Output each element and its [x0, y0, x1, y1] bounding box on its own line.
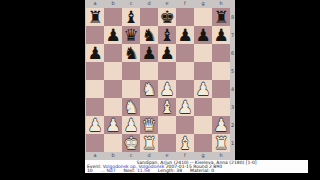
black-pawn-a6: ♟ — [87, 44, 102, 62]
material-value: 0 — [211, 168, 214, 173]
caption-bar: Sandipan, Arjun (2410) -- Kiseleva, Anna… — [85, 160, 308, 173]
square-g1 — [194, 134, 212, 152]
black-pawn-h7: ♟ — [213, 26, 228, 44]
square-d6: ♟ — [140, 44, 158, 62]
square-a1 — [86, 134, 104, 152]
white-pawn-h2: ♟ — [213, 116, 228, 134]
white-rook-d1: ♜ — [141, 134, 156, 152]
square-b5 — [104, 62, 122, 80]
black-pawn-b7: ♟ — [105, 26, 120, 44]
white-pawn-b2: ♟ — [105, 116, 120, 134]
file-label-c: c — [122, 0, 140, 7]
square-d8 — [140, 8, 158, 26]
file-label-e: e — [158, 0, 176, 7]
black-pawn-g7: ♟ — [195, 26, 210, 44]
rank-labels-right: 87654321 — [230, 8, 235, 152]
black-rook-h8: ♜ — [213, 8, 228, 26]
white-king-c1: ♚ — [123, 134, 138, 152]
white-pawn-a2: ♟ — [87, 116, 102, 134]
square-g2 — [194, 116, 212, 134]
square-e2 — [158, 116, 176, 134]
white-bishop-e3: ♝ — [159, 98, 174, 116]
square-c7: ♛ — [122, 26, 140, 44]
square-e7: ♝ — [158, 26, 176, 44]
move-info-line: 10... Nd7Next: 11.h4Length: 38Material: … — [87, 169, 308, 173]
black-rook-a8: ♜ — [87, 8, 102, 26]
square-d4: ♞ — [140, 80, 158, 98]
square-d7: ♞ — [140, 26, 158, 44]
square-h5 — [212, 62, 230, 80]
square-e3: ♝ — [158, 98, 176, 116]
white-bishop-f1: ♝ — [177, 134, 192, 152]
next-label: Next: — [124, 168, 137, 173]
square-h6 — [212, 44, 230, 62]
file-label-g: g — [194, 0, 212, 7]
square-d3 — [140, 98, 158, 116]
square-h1: ♜ — [212, 134, 230, 152]
file-label-d: d — [140, 152, 158, 159]
rank-label-1: 1 — [230, 134, 235, 152]
square-a4 — [86, 80, 104, 98]
square-b1 — [104, 134, 122, 152]
square-h2: ♟ — [212, 116, 230, 134]
file-label-a: a — [86, 0, 104, 7]
square-g8 — [194, 8, 212, 26]
file-label-d: d — [140, 0, 158, 7]
white-rook-h1: ♜ — [213, 134, 228, 152]
rank-label-8: 8 — [230, 8, 235, 26]
square-f1: ♝ — [176, 134, 194, 152]
white-pawn-c2: ♟ — [123, 116, 138, 134]
white-pawn-g4: ♟ — [195, 80, 210, 98]
square-c6: ♞ — [122, 44, 140, 62]
chess-gif-content: abcdefgh ♜♝♚♜♟♛♞♝♟♟♟♟♞♟♟♞♟♟♞♝♟♟♟♟♛♟♚♜♝♜ … — [85, 0, 310, 180]
square-f4 — [176, 80, 194, 98]
square-a7 — [86, 26, 104, 44]
square-a2: ♟ — [86, 116, 104, 134]
square-d2: ♛ — [140, 116, 158, 134]
square-b7: ♟ — [104, 26, 122, 44]
square-h7: ♟ — [212, 26, 230, 44]
video-frame: abcdefgh ♜♝♚♜♟♛♞♝♟♟♟♟♞♟♟♞♟♟♞♝♟♟♟♟♛♟♚♜♝♜ … — [0, 0, 320, 180]
square-f7: ♟ — [176, 26, 194, 44]
current-move-link[interactable]: ... Nd7 — [101, 168, 116, 173]
square-c1: ♚ — [122, 134, 140, 152]
rank-label-3: 3 — [230, 98, 235, 116]
square-e8: ♚ — [158, 8, 176, 26]
length-label: Length: — [158, 168, 176, 173]
square-d5 — [140, 62, 158, 80]
material-label: Material: — [190, 168, 211, 173]
rank-label-4: 4 — [230, 80, 235, 98]
board: ♜♝♚♜♟♛♞♝♟♟♟♟♞♟♟♞♟♟♞♝♟♟♟♟♛♟♚♜♝♜ — [86, 8, 230, 152]
square-g4: ♟ — [194, 80, 212, 98]
square-c4 — [122, 80, 140, 98]
square-g7: ♟ — [194, 26, 212, 44]
rank-label-5: 5 — [230, 62, 235, 80]
file-label-h: h — [212, 152, 230, 159]
length-value: 38 — [176, 168, 182, 173]
square-b3 — [104, 98, 122, 116]
square-e4: ♟ — [158, 80, 176, 98]
square-f8 — [176, 8, 194, 26]
rank-label-7: 7 — [230, 26, 235, 44]
black-pawn-d6: ♟ — [141, 44, 156, 62]
square-a5 — [86, 62, 104, 80]
board-frame: abcdefgh ♜♝♚♜♟♛♞♝♟♟♟♟♞♟♟♞♟♟♞♝♟♟♟♟♛♟♚♜♝♜ … — [85, 0, 235, 160]
file-labels-top: abcdefgh — [86, 0, 230, 7]
square-f5 — [176, 62, 194, 80]
file-label-c: c — [122, 152, 140, 159]
file-label-g: g — [194, 152, 212, 159]
rank-label-6: 6 — [230, 44, 235, 62]
square-b4 — [104, 80, 122, 98]
white-knight-c3: ♞ — [123, 98, 138, 116]
square-d1: ♜ — [140, 134, 158, 152]
black-bishop-e7: ♝ — [159, 26, 174, 44]
white-knight-d4: ♞ — [141, 80, 156, 98]
square-b6 — [104, 44, 122, 62]
move-number: 10 — [87, 168, 93, 173]
square-g6 — [194, 44, 212, 62]
white-pawn-e4: ♟ — [159, 80, 174, 98]
square-e1 — [158, 134, 176, 152]
black-queen-c7: ♛ — [123, 26, 138, 44]
square-h8: ♜ — [212, 8, 230, 26]
file-label-b: b — [104, 152, 122, 159]
square-h4 — [212, 80, 230, 98]
file-label-f: f — [176, 152, 194, 159]
square-c2: ♟ — [122, 116, 140, 134]
rank-label-2: 2 — [230, 116, 235, 134]
square-f3: ♟ — [176, 98, 194, 116]
square-h3 — [212, 98, 230, 116]
black-pawn-e6: ♟ — [159, 44, 174, 62]
square-a3 — [86, 98, 104, 116]
file-label-h: h — [212, 0, 230, 7]
square-e6: ♟ — [158, 44, 176, 62]
square-b8 — [104, 8, 122, 26]
square-a8: ♜ — [86, 8, 104, 26]
square-c3: ♞ — [122, 98, 140, 116]
file-label-a: a — [86, 152, 104, 159]
square-g3 — [194, 98, 212, 116]
file-label-f: f — [176, 0, 194, 7]
black-king-e8: ♚ — [159, 8, 174, 26]
white-queen-d2: ♛ — [141, 116, 156, 134]
square-c8: ♝ — [122, 8, 140, 26]
square-e5 — [158, 62, 176, 80]
file-labels-bottom: abcdefgh — [86, 152, 230, 159]
square-f6 — [176, 44, 194, 62]
square-a6: ♟ — [86, 44, 104, 62]
square-f2 — [176, 116, 194, 134]
file-label-e: e — [158, 152, 176, 159]
square-b2: ♟ — [104, 116, 122, 134]
black-bishop-c8: ♝ — [123, 8, 138, 26]
black-knight-c6: ♞ — [123, 44, 138, 62]
black-pawn-f7: ♟ — [177, 26, 192, 44]
square-c5 — [122, 62, 140, 80]
white-pawn-f3: ♟ — [177, 98, 192, 116]
next-move-link[interactable]: 11.h4 — [137, 168, 150, 173]
black-knight-d7: ♞ — [141, 26, 156, 44]
file-label-b: b — [104, 0, 122, 7]
square-g5 — [194, 62, 212, 80]
